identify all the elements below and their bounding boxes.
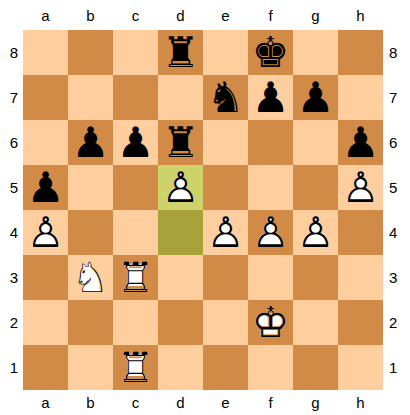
rank-label-6: 6 xyxy=(383,120,410,165)
square-h6[interactable]: ♟ xyxy=(338,120,383,165)
file-label-e: e xyxy=(203,390,248,415)
square-d4[interactable] xyxy=(158,210,203,255)
piece-white-pawn-g4: ♟♙ xyxy=(293,210,338,255)
file-label-c: c xyxy=(113,0,158,30)
square-f7[interactable]: ♟ xyxy=(248,75,293,120)
square-h2[interactable] xyxy=(338,300,383,345)
square-a1[interactable] xyxy=(23,345,68,390)
square-g1[interactable] xyxy=(293,345,338,390)
square-b8[interactable] xyxy=(68,30,113,75)
square-g6[interactable] xyxy=(293,120,338,165)
square-e7[interactable]: ♞ xyxy=(203,75,248,120)
file-label-g: g xyxy=(293,390,338,415)
square-c1[interactable]: ♜♖ xyxy=(113,345,158,390)
rank-label-4: 4 xyxy=(383,210,410,255)
square-g4[interactable]: ♟♙ xyxy=(293,210,338,255)
square-f5[interactable] xyxy=(248,165,293,210)
square-h4[interactable] xyxy=(338,210,383,255)
piece-black-pawn-a5: ♟ xyxy=(23,165,68,210)
square-g3[interactable] xyxy=(293,255,338,300)
file-label-a: a xyxy=(23,0,68,30)
piece-white-king-f2: ♚♔ xyxy=(248,300,293,345)
piece-white-pawn-h5: ♟♙ xyxy=(338,165,383,210)
rank-label-6: 6 xyxy=(0,120,23,165)
rank-label-1: 1 xyxy=(0,345,23,390)
rank-label-4: 4 xyxy=(0,210,23,255)
square-b1[interactable] xyxy=(68,345,113,390)
rank-label-2: 2 xyxy=(383,300,410,345)
square-e1[interactable] xyxy=(203,345,248,390)
square-c6[interactable]: ♟ xyxy=(113,120,158,165)
square-a3[interactable] xyxy=(23,255,68,300)
piece-white-knight-b3: ♞♘ xyxy=(68,255,113,300)
file-labels-top: abcdefgh xyxy=(23,0,383,30)
chess-diagram: abcdefgh 87654321 ♜♚♞♟♟♟♟♜♟♟♟♙♟♙♟♙♟♙♟♙♟♙… xyxy=(0,0,410,415)
file-label-g: g xyxy=(293,0,338,30)
square-d7[interactable] xyxy=(158,75,203,120)
square-b3[interactable]: ♞♘ xyxy=(68,255,113,300)
file-label-d: d xyxy=(158,0,203,30)
piece-black-pawn-b6: ♟ xyxy=(68,120,113,165)
square-f1[interactable] xyxy=(248,345,293,390)
square-e8[interactable] xyxy=(203,30,248,75)
rank-labels-left: 87654321 xyxy=(0,30,23,390)
square-f3[interactable] xyxy=(248,255,293,300)
rank-label-7: 7 xyxy=(0,75,23,120)
square-h8[interactable] xyxy=(338,30,383,75)
file-label-d: d xyxy=(158,390,203,415)
square-a6[interactable] xyxy=(23,120,68,165)
piece-black-pawn-h6: ♟ xyxy=(338,120,383,165)
square-g5[interactable] xyxy=(293,165,338,210)
square-h1[interactable] xyxy=(338,345,383,390)
square-g7[interactable]: ♟ xyxy=(293,75,338,120)
square-b5[interactable] xyxy=(68,165,113,210)
file-labels-bottom: abcdefgh xyxy=(23,390,383,415)
square-f2[interactable]: ♚♔ xyxy=(248,300,293,345)
rank-label-8: 8 xyxy=(0,30,23,75)
square-c5[interactable] xyxy=(113,165,158,210)
piece-black-pawn-c6: ♟ xyxy=(113,120,158,165)
file-label-a: a xyxy=(23,390,68,415)
square-c2[interactable] xyxy=(113,300,158,345)
square-d5[interactable]: ♟♙ xyxy=(158,165,203,210)
piece-black-pawn-g7: ♟ xyxy=(293,75,338,120)
square-d2[interactable] xyxy=(158,300,203,345)
rank-label-5: 5 xyxy=(383,165,410,210)
file-label-e: e xyxy=(203,0,248,30)
rank-label-8: 8 xyxy=(383,30,410,75)
square-e3[interactable] xyxy=(203,255,248,300)
square-g2[interactable] xyxy=(293,300,338,345)
square-g8[interactable] xyxy=(293,30,338,75)
square-h7[interactable] xyxy=(338,75,383,120)
square-a7[interactable] xyxy=(23,75,68,120)
piece-white-pawn-e4: ♟♙ xyxy=(203,210,248,255)
square-d3[interactable] xyxy=(158,255,203,300)
square-f6[interactable] xyxy=(248,120,293,165)
square-a4[interactable]: ♟♙ xyxy=(23,210,68,255)
rank-label-3: 3 xyxy=(0,255,23,300)
file-label-h: h xyxy=(338,390,383,415)
square-a8[interactable] xyxy=(23,30,68,75)
piece-white-rook-c1: ♜♖ xyxy=(113,345,158,390)
square-c7[interactable] xyxy=(113,75,158,120)
square-d1[interactable] xyxy=(158,345,203,390)
file-label-b: b xyxy=(68,390,113,415)
square-b7[interactable] xyxy=(68,75,113,120)
square-b6[interactable]: ♟ xyxy=(68,120,113,165)
square-e5[interactable] xyxy=(203,165,248,210)
square-d6[interactable]: ♜ xyxy=(158,120,203,165)
piece-black-pawn-f7: ♟ xyxy=(248,75,293,120)
file-label-b: b xyxy=(68,0,113,30)
square-e6[interactable] xyxy=(203,120,248,165)
square-f8[interactable]: ♚ xyxy=(248,30,293,75)
piece-white-pawn-d5: ♟♙ xyxy=(158,165,203,210)
rank-label-1: 1 xyxy=(383,345,410,390)
piece-white-rook-c3: ♜♖ xyxy=(113,255,158,300)
square-c3[interactable]: ♜♖ xyxy=(113,255,158,300)
square-d8[interactable]: ♜ xyxy=(158,30,203,75)
chess-board: ♜♚♞♟♟♟♟♜♟♟♟♙♟♙♟♙♟♙♟♙♟♙♞♘♜♖♚♔♜♖ xyxy=(23,30,383,390)
piece-black-rook-d8: ♜ xyxy=(158,30,203,75)
piece-black-knight-e7: ♞ xyxy=(203,75,248,120)
piece-black-king-f8: ♚ xyxy=(248,30,293,75)
rank-label-7: 7 xyxy=(383,75,410,120)
piece-black-rook-d6: ♜ xyxy=(158,120,203,165)
piece-white-pawn-a4: ♟♙ xyxy=(23,210,68,255)
file-label-f: f xyxy=(248,390,293,415)
square-h3[interactable] xyxy=(338,255,383,300)
rank-labels-right: 87654321 xyxy=(383,30,410,390)
rank-label-3: 3 xyxy=(383,255,410,300)
square-b2[interactable] xyxy=(68,300,113,345)
rank-label-5: 5 xyxy=(0,165,23,210)
square-b4[interactable] xyxy=(68,210,113,255)
square-f4[interactable]: ♟♙ xyxy=(248,210,293,255)
rank-label-2: 2 xyxy=(0,300,23,345)
square-a5[interactable]: ♟ xyxy=(23,165,68,210)
file-label-f: f xyxy=(248,0,293,30)
file-label-c: c xyxy=(113,390,158,415)
square-a2[interactable] xyxy=(23,300,68,345)
square-c4[interactable] xyxy=(113,210,158,255)
square-c8[interactable] xyxy=(113,30,158,75)
square-e2[interactable] xyxy=(203,300,248,345)
file-label-h: h xyxy=(338,0,383,30)
square-h5[interactable]: ♟♙ xyxy=(338,165,383,210)
square-e4[interactable]: ♟♙ xyxy=(203,210,248,255)
piece-white-pawn-f4: ♟♙ xyxy=(248,210,293,255)
